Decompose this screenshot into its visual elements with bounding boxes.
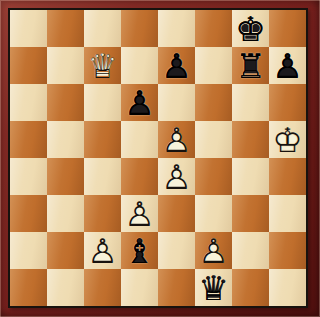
square-f2[interactable]: ♟♙: [195, 232, 232, 269]
square-g6[interactable]: [232, 84, 269, 121]
white-pawn-outline-glyph: ♙: [124, 197, 154, 231]
piece-white-pawn-e5[interactable]: ♟♙: [161, 123, 191, 157]
square-a6[interactable]: [10, 84, 47, 121]
square-a4[interactable]: [10, 158, 47, 195]
square-f1[interactable]: ♛♕: [195, 269, 232, 306]
square-f5[interactable]: [195, 121, 232, 158]
square-g7[interactable]: ♜♖: [232, 47, 269, 84]
square-h2[interactable]: [269, 232, 306, 269]
square-e6[interactable]: [158, 84, 195, 121]
square-h4[interactable]: [269, 158, 306, 195]
white-pawn-outline-glyph: ♙: [161, 160, 191, 194]
square-e3[interactable]: [158, 195, 195, 232]
square-b2[interactable]: [47, 232, 84, 269]
chess-diagram-frame: ♚♔♛♕♟♙♜♖♟♙♟♙♟♙♚♔♟♙♟♙♟♙♝♗♟♙♛♕: [0, 0, 320, 317]
piece-white-pawn-c2[interactable]: ♟♙: [87, 234, 117, 268]
piece-black-pawn-d6[interactable]: ♟♙: [124, 86, 154, 120]
piece-white-pawn-f2[interactable]: ♟♙: [198, 234, 228, 268]
black-pawn-outline-glyph: ♙: [124, 86, 154, 120]
chess-board: ♚♔♛♕♟♙♜♖♟♙♟♙♟♙♚♔♟♙♟♙♟♙♝♗♟♙♛♕: [8, 8, 308, 308]
square-e4[interactable]: ♟♙: [158, 158, 195, 195]
black-rook-outline-glyph: ♖: [235, 49, 265, 83]
square-h8[interactable]: [269, 10, 306, 47]
square-g3[interactable]: [232, 195, 269, 232]
black-pawn-outline-glyph: ♙: [272, 49, 302, 83]
square-d5[interactable]: [121, 121, 158, 158]
square-c1[interactable]: [84, 269, 121, 306]
piece-black-king-g8[interactable]: ♚♔: [235, 12, 265, 46]
piece-white-pawn-e4[interactable]: ♟♙: [161, 160, 191, 194]
piece-black-bishop-d2[interactable]: ♝♗: [124, 234, 154, 268]
square-b8[interactable]: [47, 10, 84, 47]
square-e7[interactable]: ♟♙: [158, 47, 195, 84]
black-queen-outline-glyph: ♕: [198, 271, 228, 305]
square-e8[interactable]: [158, 10, 195, 47]
square-b6[interactable]: [47, 84, 84, 121]
square-c5[interactable]: [84, 121, 121, 158]
square-f4[interactable]: [195, 158, 232, 195]
square-a7[interactable]: [10, 47, 47, 84]
square-d2[interactable]: ♝♗: [121, 232, 158, 269]
square-a1[interactable]: [10, 269, 47, 306]
square-b7[interactable]: [47, 47, 84, 84]
square-f7[interactable]: [195, 47, 232, 84]
square-d7[interactable]: [121, 47, 158, 84]
square-g8[interactable]: ♚♔: [232, 10, 269, 47]
black-bishop-outline-glyph: ♗: [124, 234, 154, 268]
square-f3[interactable]: [195, 195, 232, 232]
square-c7[interactable]: ♛♕: [84, 47, 121, 84]
square-d6[interactable]: ♟♙: [121, 84, 158, 121]
square-g4[interactable]: [232, 158, 269, 195]
black-pawn-outline-glyph: ♙: [161, 49, 191, 83]
square-h5[interactable]: ♚♔: [269, 121, 306, 158]
square-h7[interactable]: ♟♙: [269, 47, 306, 84]
white-pawn-outline-glyph: ♙: [161, 123, 191, 157]
piece-white-pawn-d3[interactable]: ♟♙: [124, 197, 154, 231]
square-a2[interactable]: [10, 232, 47, 269]
square-c3[interactable]: [84, 195, 121, 232]
square-e2[interactable]: [158, 232, 195, 269]
black-king-outline-glyph: ♔: [235, 12, 265, 46]
white-pawn-outline-glyph: ♙: [87, 234, 117, 268]
piece-black-pawn-h7[interactable]: ♟♙: [272, 49, 302, 83]
square-a3[interactable]: [10, 195, 47, 232]
square-g5[interactable]: [232, 121, 269, 158]
square-h6[interactable]: [269, 84, 306, 121]
white-pawn-outline-glyph: ♙: [198, 234, 228, 268]
white-queen-outline-glyph: ♕: [87, 49, 117, 83]
square-b3[interactable]: [47, 195, 84, 232]
piece-black-rook-g7[interactable]: ♜♖: [235, 49, 265, 83]
square-e5[interactable]: ♟♙: [158, 121, 195, 158]
piece-white-queen-c7[interactable]: ♛♕: [87, 49, 117, 83]
square-f8[interactable]: [195, 10, 232, 47]
square-b4[interactable]: [47, 158, 84, 195]
square-g2[interactable]: [232, 232, 269, 269]
square-f6[interactable]: [195, 84, 232, 121]
square-b1[interactable]: [47, 269, 84, 306]
square-h3[interactable]: [269, 195, 306, 232]
square-e1[interactable]: [158, 269, 195, 306]
square-d4[interactable]: [121, 158, 158, 195]
piece-black-queen-f1[interactable]: ♛♕: [198, 271, 228, 305]
square-c2[interactable]: ♟♙: [84, 232, 121, 269]
square-d3[interactable]: ♟♙: [121, 195, 158, 232]
white-king-outline-glyph: ♔: [272, 123, 302, 157]
piece-white-king-h5[interactable]: ♚♔: [272, 123, 302, 157]
square-c8[interactable]: [84, 10, 121, 47]
square-c6[interactable]: [84, 84, 121, 121]
piece-black-pawn-e7[interactable]: ♟♙: [161, 49, 191, 83]
square-a8[interactable]: [10, 10, 47, 47]
square-h1[interactable]: [269, 269, 306, 306]
square-b5[interactable]: [47, 121, 84, 158]
square-g1[interactable]: [232, 269, 269, 306]
square-d1[interactable]: [121, 269, 158, 306]
square-d8[interactable]: [121, 10, 158, 47]
square-a5[interactable]: [10, 121, 47, 158]
square-c4[interactable]: [84, 158, 121, 195]
